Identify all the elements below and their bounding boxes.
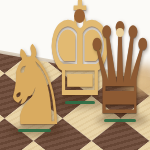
queen-boxwood-ball-finial: [116, 28, 124, 37]
black-queen-piece: ♛: [80, 7, 150, 133]
king-green-felt-base: [65, 101, 95, 104]
king-sheesham-finial: [74, 9, 85, 23]
product-photo-scene: ♚ ♛ ♞: [0, 0, 150, 150]
board-square: [0, 0, 4, 6]
white-knight-piece: ♞: [0, 31, 74, 141]
queen-green-felt-base: [104, 119, 136, 122]
knight-green-felt-base: [18, 129, 51, 132]
